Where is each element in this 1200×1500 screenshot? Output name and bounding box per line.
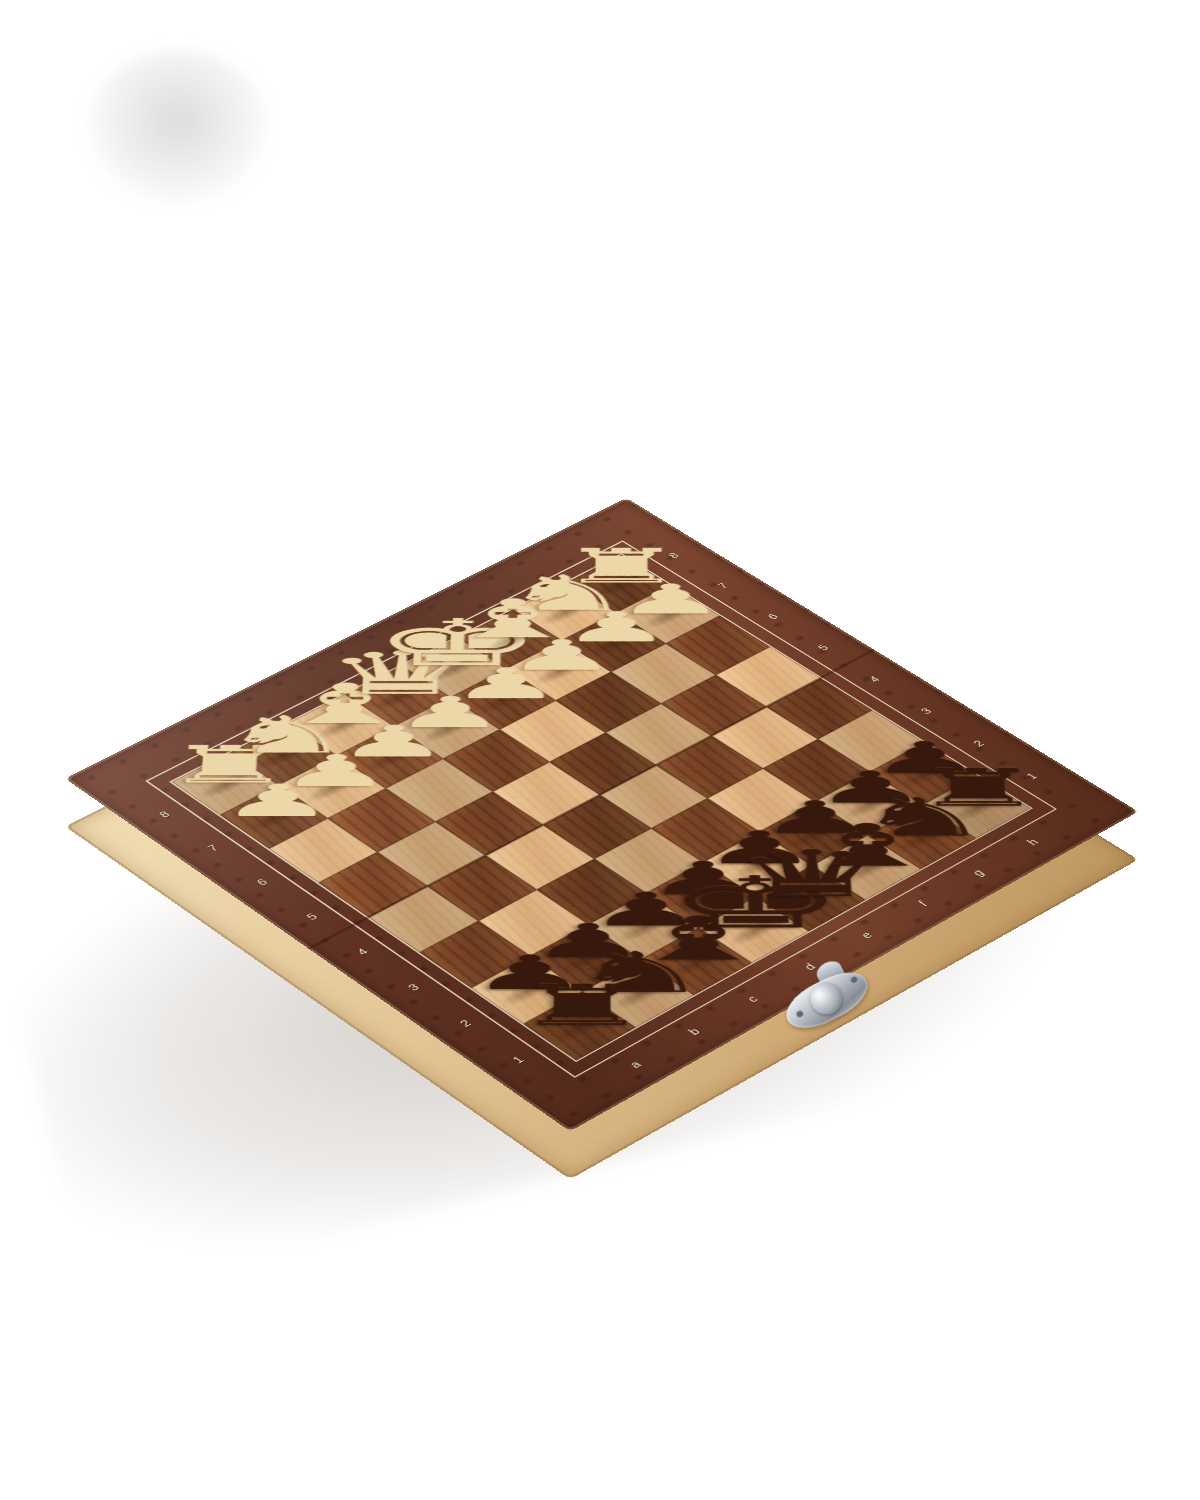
square-b1 xyxy=(582,960,694,1028)
product-photo-scene: abcdefgh8765432187654321 ♜♞♝♛♚♝♞♜♟♟♟♟♟♟♟… xyxy=(0,0,1200,1500)
square-b6 xyxy=(328,788,436,852)
rank-label-left-6: 6 xyxy=(255,877,271,887)
rank-label-left-1: 1 xyxy=(510,1054,526,1064)
rank-label-left-5: 5 xyxy=(304,912,320,922)
rank-label-right-3: 3 xyxy=(919,706,934,715)
rank-label-left-4: 4 xyxy=(355,947,371,957)
rank-label-left-8: 8 xyxy=(157,809,172,818)
rank-label-left-2: 2 xyxy=(458,1018,474,1028)
square-b5 xyxy=(377,822,485,887)
file-label-g: g xyxy=(970,868,986,878)
rank-label-right-7: 7 xyxy=(716,581,731,590)
square-d3 xyxy=(594,828,703,893)
square-c1 xyxy=(641,928,752,995)
file-label-b: b xyxy=(686,1026,702,1036)
rank-label-right-4: 4 xyxy=(867,675,882,684)
square-b2 xyxy=(530,924,641,991)
rank-label-right-2: 2 xyxy=(971,739,987,748)
square-a5 xyxy=(318,852,427,917)
file-label-a: a xyxy=(627,1059,643,1069)
rank-label-right-1: 1 xyxy=(1024,771,1040,780)
rank-label-right-6: 6 xyxy=(766,612,781,621)
square-c3 xyxy=(537,859,646,925)
square-e1 xyxy=(756,866,866,932)
file-label-e: e xyxy=(859,930,875,940)
square-a6 xyxy=(269,818,377,882)
square-a2 xyxy=(471,956,582,1024)
square-f2 xyxy=(759,802,867,866)
square-b4 xyxy=(428,855,537,920)
square-e3 xyxy=(651,798,759,862)
square-b3 xyxy=(478,890,588,956)
square-d1 xyxy=(699,897,809,963)
square-g1 xyxy=(868,805,976,869)
square-d4 xyxy=(543,795,651,859)
square-e2 xyxy=(703,832,812,897)
square-c5 xyxy=(435,792,543,856)
square-d2 xyxy=(646,862,756,928)
square-c4 xyxy=(486,825,595,890)
square-f1 xyxy=(812,835,921,900)
background-smudge xyxy=(85,50,270,205)
square-a3 xyxy=(420,921,531,988)
file-label-f: f xyxy=(916,899,929,907)
square-a4 xyxy=(369,886,479,952)
rank-label-right-5: 5 xyxy=(816,643,831,652)
file-label-c: c xyxy=(745,994,761,1004)
square-a1 xyxy=(523,992,635,1061)
rank-label-left-7: 7 xyxy=(206,843,221,853)
file-label-h: h xyxy=(1025,837,1041,847)
rank-label-left-3: 3 xyxy=(406,982,422,992)
rank-label-right-8: 8 xyxy=(667,551,682,560)
square-c2 xyxy=(588,893,698,959)
